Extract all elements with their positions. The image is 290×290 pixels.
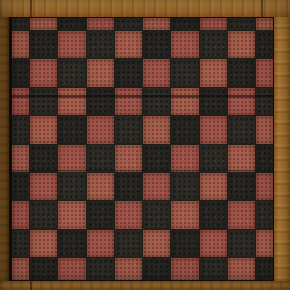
board-square[interactable] — [171, 116, 198, 143]
board-square[interactable] — [58, 88, 85, 115]
frame-joint-top-left — [30, 0, 32, 17]
board-square[interactable] — [228, 59, 255, 86]
board-square[interactable] — [228, 88, 255, 115]
board-square[interactable] — [143, 31, 170, 58]
board-square[interactable] — [115, 59, 142, 86]
board-square[interactable] — [200, 18, 227, 30]
board-square[interactable] — [171, 31, 198, 58]
board-square[interactable] — [12, 173, 29, 200]
board-square[interactable] — [30, 18, 57, 30]
board-square[interactable] — [256, 59, 273, 86]
board-square[interactable] — [143, 258, 170, 280]
board-square[interactable] — [143, 201, 170, 228]
board-square[interactable] — [12, 116, 29, 143]
board-square[interactable] — [143, 230, 170, 257]
board-square[interactable] — [171, 230, 198, 257]
board-square[interactable] — [58, 230, 85, 257]
board-square[interactable] — [171, 173, 198, 200]
board-square[interactable] — [87, 173, 114, 200]
board-square[interactable] — [200, 88, 227, 115]
board-square[interactable] — [115, 31, 142, 58]
wood-frame-right — [274, 17, 290, 281]
board-square[interactable] — [115, 145, 142, 172]
board-square[interactable] — [12, 88, 29, 115]
board-square[interactable] — [58, 173, 85, 200]
board-square[interactable] — [30, 59, 57, 86]
board-square[interactable] — [143, 88, 170, 115]
board-square[interactable] — [87, 59, 114, 86]
board-square[interactable] — [30, 230, 57, 257]
board-square[interactable] — [228, 173, 255, 200]
board-square[interactable] — [200, 173, 227, 200]
board-square[interactable] — [228, 201, 255, 228]
board-square[interactable] — [115, 173, 142, 200]
board-square[interactable] — [87, 258, 114, 280]
board-square[interactable] — [256, 230, 273, 257]
board-square[interactable] — [200, 230, 227, 257]
wood-frame-left — [0, 17, 9, 281]
board-square[interactable] — [58, 59, 85, 86]
board-square[interactable] — [171, 201, 198, 228]
board-square[interactable] — [256, 88, 273, 115]
board-square[interactable] — [171, 18, 198, 30]
board-square[interactable] — [143, 59, 170, 86]
board-square[interactable] — [87, 18, 114, 30]
board-square[interactable] — [115, 18, 142, 30]
board-square[interactable] — [143, 145, 170, 172]
board-photo — [0, 0, 290, 290]
board-square[interactable] — [115, 258, 142, 280]
board-square[interactable] — [256, 201, 273, 228]
wood-frame-bottom — [0, 281, 290, 290]
board-square[interactable] — [12, 258, 29, 280]
board-square[interactable] — [256, 18, 273, 30]
board-square[interactable] — [58, 145, 85, 172]
board-square[interactable] — [200, 31, 227, 58]
board-square[interactable] — [12, 59, 29, 86]
board-square[interactable] — [58, 258, 85, 280]
board-square[interactable] — [228, 18, 255, 30]
board-square[interactable] — [58, 201, 85, 228]
board-square[interactable] — [200, 258, 227, 280]
board-square[interactable] — [87, 116, 114, 143]
board-square[interactable] — [30, 173, 57, 200]
board-square[interactable] — [12, 31, 29, 58]
board-square[interactable] — [12, 230, 29, 257]
board-square[interactable] — [256, 173, 273, 200]
board-square[interactable] — [171, 59, 198, 86]
wood-frame-top — [0, 0, 290, 17]
board-square[interactable] — [30, 201, 57, 228]
board-square[interactable] — [143, 116, 170, 143]
board-square[interactable] — [228, 145, 255, 172]
board-square[interactable] — [30, 145, 57, 172]
board-square[interactable] — [30, 88, 57, 115]
board-square[interactable] — [58, 18, 85, 30]
frame-joint-top-right — [261, 0, 263, 17]
board-square[interactable] — [200, 145, 227, 172]
board-square[interactable] — [30, 258, 57, 280]
board-square[interactable] — [228, 230, 255, 257]
board-square[interactable] — [115, 230, 142, 257]
board-square[interactable] — [200, 59, 227, 86]
board-square[interactable] — [256, 31, 273, 58]
board-square[interactable] — [30, 31, 57, 58]
board-square[interactable] — [228, 116, 255, 143]
board-square[interactable] — [58, 116, 85, 143]
board-square[interactable] — [87, 31, 114, 58]
checkerboard — [12, 18, 273, 280]
board-square[interactable] — [171, 145, 198, 172]
board-square[interactable] — [12, 18, 29, 30]
board-square[interactable] — [200, 201, 227, 228]
board-square[interactable] — [171, 258, 198, 280]
board-square[interactable] — [256, 258, 273, 280]
board-square[interactable] — [200, 116, 227, 143]
board-square[interactable] — [256, 145, 273, 172]
board-square[interactable] — [12, 201, 29, 228]
board-square[interactable] — [115, 116, 142, 143]
board-square[interactable] — [228, 31, 255, 58]
board-square[interactable] — [87, 88, 114, 115]
board-square[interactable] — [171, 88, 198, 115]
frame-joint-bottom-left — [30, 281, 32, 290]
board-square[interactable] — [143, 173, 170, 200]
board-square[interactable] — [30, 116, 57, 143]
board-square[interactable] — [58, 31, 85, 58]
board-square[interactable] — [115, 88, 142, 115]
board-square[interactable] — [256, 116, 273, 143]
board-square[interactable] — [143, 18, 170, 30]
board-square[interactable] — [12, 145, 29, 172]
board-square[interactable] — [228, 258, 255, 280]
board-square[interactable] — [87, 145, 114, 172]
board-square[interactable] — [115, 201, 142, 228]
board-square[interactable] — [87, 230, 114, 257]
board-square[interactable] — [87, 201, 114, 228]
